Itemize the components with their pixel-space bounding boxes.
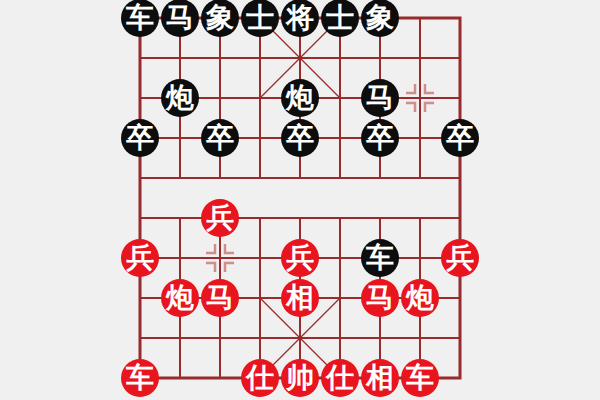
piece-red-elephant[interactable]: 相 (281, 279, 319, 317)
piece-red-horse[interactable]: 马 (361, 279, 399, 317)
piece-black-soldier[interactable]: 卒 (281, 119, 319, 157)
piece-red-general[interactable]: 帅 (281, 359, 319, 397)
piece-black-soldier[interactable]: 卒 (201, 119, 239, 157)
piece-red-advisor[interactable]: 仕 (321, 359, 359, 397)
piece-black-cannon[interactable]: 炮 (161, 79, 199, 117)
piece-red-soldier[interactable]: 兵 (281, 239, 319, 277)
piece-red-soldier[interactable]: 兵 (121, 239, 159, 277)
piece-black-soldier[interactable]: 卒 (121, 119, 159, 157)
piece-black-elephant[interactable]: 象 (361, 0, 399, 37)
piece-black-soldier[interactable]: 卒 (441, 119, 479, 157)
piece-red-elephant[interactable]: 相 (361, 359, 399, 397)
piece-red-soldier[interactable]: 兵 (441, 239, 479, 277)
piece-red-cannon[interactable]: 炮 (401, 279, 439, 317)
piece-red-cannon[interactable]: 炮 (161, 279, 199, 317)
piece-red-chariot[interactable]: 车 (401, 359, 439, 397)
piece-black-advisor[interactable]: 士 (321, 0, 359, 37)
piece-black-general[interactable]: 将 (281, 0, 319, 37)
piece-black-chariot[interactable]: 车 (121, 0, 159, 37)
piece-black-soldier[interactable]: 卒 (361, 119, 399, 157)
xiangqi-board[interactable]: 车马象士将士象炮炮马卒卒卒卒卒车兵兵兵兵炮马相马炮车仕帅仕相车 (120, 0, 480, 398)
piece-black-elephant[interactable]: 象 (201, 0, 239, 37)
piece-black-horse[interactable]: 马 (161, 0, 199, 37)
piece-black-cannon[interactable]: 炮 (281, 79, 319, 117)
piece-red-horse[interactable]: 马 (201, 279, 239, 317)
piece-red-chariot[interactable]: 车 (121, 359, 159, 397)
piece-black-chariot[interactable]: 车 (361, 239, 399, 277)
xiangqi-app: 车马象士将士象炮炮马卒卒卒卒卒车兵兵兵兵炮马相马炮车仕帅仕相车 (0, 0, 600, 400)
piece-black-advisor[interactable]: 士 (241, 0, 279, 37)
piece-red-advisor[interactable]: 仕 (241, 359, 279, 397)
piece-black-horse[interactable]: 马 (361, 79, 399, 117)
piece-red-soldier[interactable]: 兵 (201, 199, 239, 237)
